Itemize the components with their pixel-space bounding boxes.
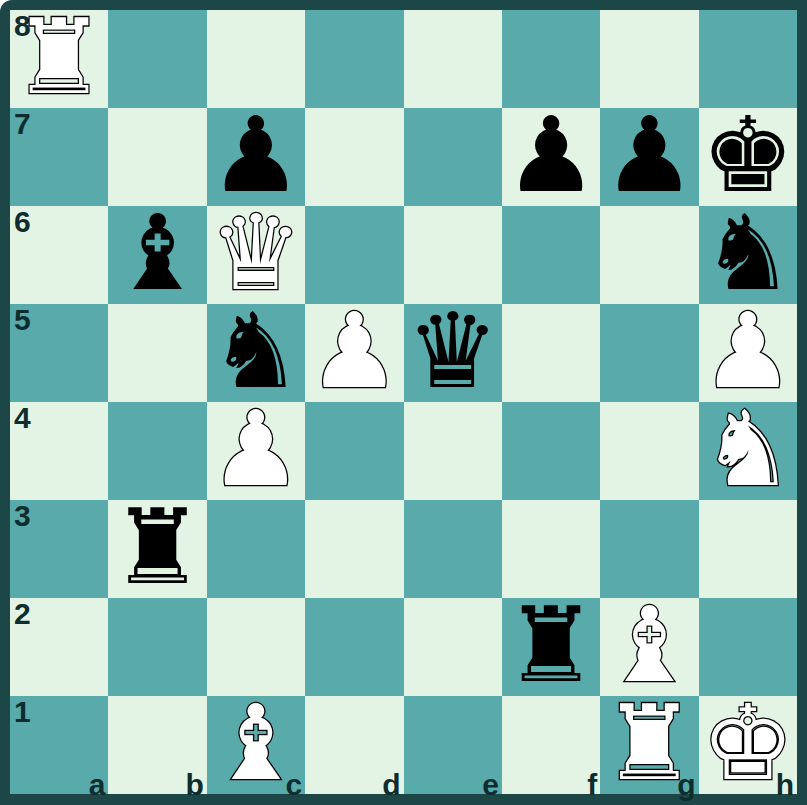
square-e2[interactable] bbox=[404, 598, 502, 696]
square-c4[interactable]: ♟ bbox=[207, 402, 305, 500]
square-d8[interactable] bbox=[305, 10, 403, 108]
square-g4[interactable] bbox=[600, 402, 698, 500]
piece-white-bishop-c1[interactable]: ♝ bbox=[207, 696, 305, 794]
square-b5[interactable] bbox=[108, 304, 206, 402]
square-a5[interactable]: 5 bbox=[10, 304, 108, 402]
square-b2[interactable] bbox=[108, 598, 206, 696]
square-e8[interactable] bbox=[404, 10, 502, 108]
square-a2[interactable]: 2 bbox=[10, 598, 108, 696]
rank-label-5: 5 bbox=[14, 304, 31, 336]
square-a4[interactable]: 4 bbox=[10, 402, 108, 500]
square-a6[interactable]: 6 bbox=[10, 206, 108, 304]
piece-black-rook-b3[interactable]: ♜ bbox=[108, 500, 206, 598]
chess-board: 8♜7♟♟♟♚6♝♛♞5♞♟♛♟4♟♞3♜2♜♝1abc♝defg♜h♚ bbox=[10, 10, 797, 794]
square-d2[interactable] bbox=[305, 598, 403, 696]
rank-label-4: 4 bbox=[14, 402, 31, 434]
square-e4[interactable] bbox=[404, 402, 502, 500]
square-g1[interactable]: g♜ bbox=[600, 696, 698, 794]
square-h1[interactable]: h♚ bbox=[699, 696, 797, 794]
file-label-d: d bbox=[382, 769, 400, 801]
piece-white-king-h1[interactable]: ♚ bbox=[699, 696, 797, 794]
board-frame: 8♜7♟♟♟♚6♝♛♞5♞♟♛♟4♟♞3♜2♜♝1abc♝defg♜h♚ bbox=[0, 0, 807, 805]
square-e7[interactable] bbox=[404, 108, 502, 206]
rank-label-1: 1 bbox=[14, 696, 31, 728]
square-b6[interactable]: ♝ bbox=[108, 206, 206, 304]
rank-label-2: 2 bbox=[14, 598, 31, 630]
square-c3[interactable] bbox=[207, 500, 305, 598]
square-d4[interactable] bbox=[305, 402, 403, 500]
square-d3[interactable] bbox=[305, 500, 403, 598]
square-f4[interactable] bbox=[502, 402, 600, 500]
piece-black-pawn-f7[interactable]: ♟ bbox=[502, 108, 600, 206]
square-b1[interactable]: b bbox=[108, 696, 206, 794]
piece-white-rook-g1[interactable]: ♜ bbox=[600, 696, 698, 794]
square-c1[interactable]: c♝ bbox=[207, 696, 305, 794]
square-f7[interactable]: ♟ bbox=[502, 108, 600, 206]
square-a8[interactable]: 8♜ bbox=[10, 10, 108, 108]
square-g5[interactable] bbox=[600, 304, 698, 402]
square-g7[interactable]: ♟ bbox=[600, 108, 698, 206]
square-d7[interactable] bbox=[305, 108, 403, 206]
square-f5[interactable] bbox=[502, 304, 600, 402]
square-a1[interactable]: 1a bbox=[10, 696, 108, 794]
piece-black-queen-e5[interactable]: ♛ bbox=[404, 304, 502, 402]
rank-label-3: 3 bbox=[14, 500, 31, 532]
piece-white-rook-a8[interactable]: ♜ bbox=[10, 10, 108, 108]
file-label-e: e bbox=[482, 769, 499, 801]
piece-black-rook-f2[interactable]: ♜ bbox=[502, 598, 600, 696]
square-e5[interactable]: ♛ bbox=[404, 304, 502, 402]
square-e1[interactable]: e bbox=[404, 696, 502, 794]
piece-white-pawn-c4[interactable]: ♟ bbox=[207, 402, 305, 500]
square-h3[interactable] bbox=[699, 500, 797, 598]
square-f1[interactable]: f bbox=[502, 696, 600, 794]
square-e3[interactable] bbox=[404, 500, 502, 598]
square-d5[interactable]: ♟ bbox=[305, 304, 403, 402]
square-f2[interactable]: ♜ bbox=[502, 598, 600, 696]
square-a7[interactable]: 7 bbox=[10, 108, 108, 206]
square-b3[interactable]: ♜ bbox=[108, 500, 206, 598]
file-label-f: f bbox=[587, 769, 597, 801]
piece-white-pawn-d5[interactable]: ♟ bbox=[305, 304, 403, 402]
square-a3[interactable]: 3 bbox=[10, 500, 108, 598]
square-g6[interactable] bbox=[600, 206, 698, 304]
rank-label-6: 6 bbox=[14, 206, 31, 238]
piece-black-bishop-b6[interactable]: ♝ bbox=[108, 206, 206, 304]
square-f6[interactable] bbox=[502, 206, 600, 304]
square-d1[interactable]: d bbox=[305, 696, 403, 794]
file-label-a: a bbox=[89, 769, 106, 801]
square-b8[interactable] bbox=[108, 10, 206, 108]
piece-black-pawn-g7[interactable]: ♟ bbox=[600, 108, 698, 206]
square-h4[interactable]: ♞ bbox=[699, 402, 797, 500]
file-label-b: b bbox=[185, 769, 203, 801]
piece-white-knight-h4[interactable]: ♞ bbox=[699, 402, 797, 500]
